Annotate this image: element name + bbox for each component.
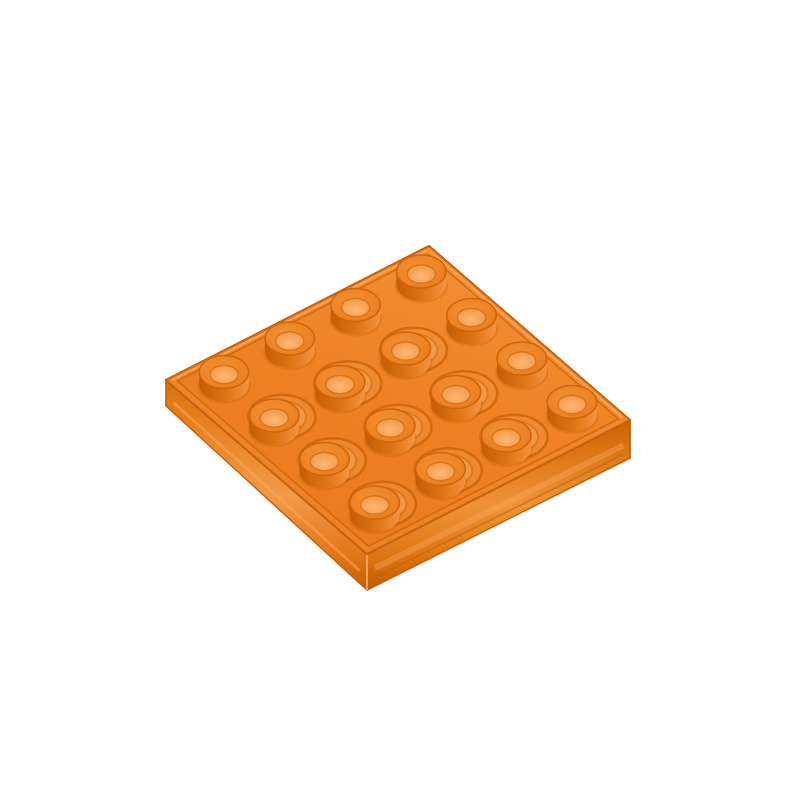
stud-r1c1	[197, 356, 250, 404]
stud-inner-ring	[210, 365, 238, 384]
stud-r3c2	[364, 409, 417, 457]
stud-inner-ring	[492, 429, 520, 448]
stud-r2c1	[248, 399, 301, 447]
stud-inner-ring	[558, 395, 586, 414]
stud-r1c2	[263, 322, 316, 370]
stud-inner-ring	[326, 375, 354, 394]
stud-inner-ring	[457, 308, 485, 327]
stud-inner-ring	[392, 342, 420, 361]
stud-inner-ring	[426, 462, 454, 481]
stud-r1c3	[329, 289, 382, 337]
stud-inner-ring	[376, 419, 404, 438]
stud-r1c4	[395, 255, 448, 303]
stud-r4c2	[414, 453, 467, 501]
stud-inner-ring	[310, 452, 338, 471]
stud-r4c3	[480, 419, 533, 467]
stud-r2c3	[379, 332, 432, 380]
stud-r2c2	[313, 366, 366, 414]
stud-r3c1	[298, 443, 351, 491]
stud-inner-ring	[407, 265, 435, 284]
stud-inner-ring	[442, 385, 470, 404]
stud-inner-ring	[508, 352, 536, 371]
stud-r2c4	[445, 299, 498, 347]
stud-r4c1	[348, 486, 401, 534]
lego-plate-4x4-render: LEGO Plate 4 x 4 (Trans-Orange)	[0, 0, 800, 800]
stud-r4c4	[545, 386, 598, 434]
stud-r3c4	[495, 342, 548, 390]
product-image: LEGO Plate 4 x 4 (Trans-Orange)	[0, 0, 800, 800]
stud-inner-ring	[260, 409, 288, 428]
stud-inner-ring	[361, 496, 389, 515]
stud-r3c3	[429, 376, 482, 424]
stud-inner-ring	[341, 298, 369, 317]
stud-inner-ring	[276, 332, 304, 351]
